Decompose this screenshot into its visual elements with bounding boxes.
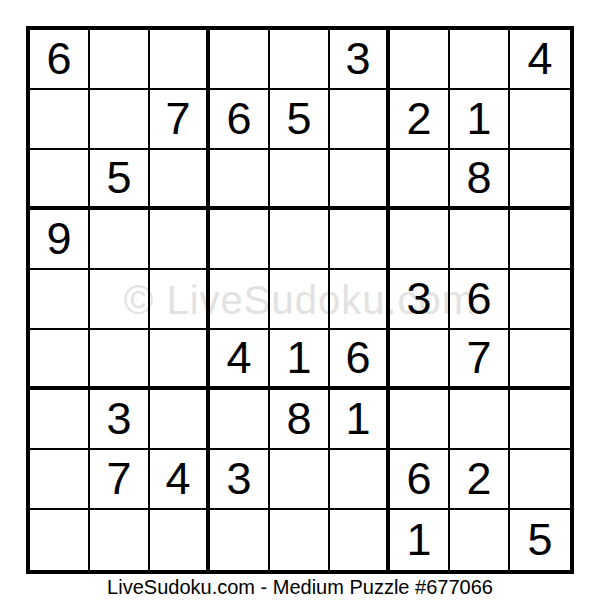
cell-r2c6[interactable] bbox=[330, 90, 390, 150]
cell-r9c2[interactable] bbox=[90, 510, 150, 570]
cell-r9c8[interactable] bbox=[450, 510, 510, 570]
cell-r6c2[interactable] bbox=[90, 330, 150, 390]
cell-r8c6[interactable] bbox=[330, 450, 390, 510]
cell-r5c2[interactable] bbox=[90, 270, 150, 330]
cell-r2c4[interactable]: 6 bbox=[210, 90, 270, 150]
cell-r6c1[interactable] bbox=[30, 330, 90, 390]
cell-r6c9[interactable] bbox=[510, 330, 570, 390]
cell-r1c8[interactable] bbox=[450, 30, 510, 90]
cell-r3c4[interactable] bbox=[210, 150, 270, 210]
cell-r8c5[interactable] bbox=[270, 450, 330, 510]
cell-r5c1[interactable] bbox=[30, 270, 90, 330]
cell-r9c5[interactable] bbox=[270, 510, 330, 570]
cell-r3c5[interactable] bbox=[270, 150, 330, 210]
cell-r7c5[interactable]: 8 bbox=[270, 390, 330, 450]
cell-r3c7[interactable] bbox=[390, 150, 450, 210]
cell-r8c3[interactable]: 4 bbox=[150, 450, 210, 510]
cell-r6c3[interactable] bbox=[150, 330, 210, 390]
cell-r3c6[interactable] bbox=[330, 150, 390, 210]
cell-r3c8[interactable]: 8 bbox=[450, 150, 510, 210]
cell-r1c3[interactable] bbox=[150, 30, 210, 90]
cell-r8c7[interactable]: 6 bbox=[390, 450, 450, 510]
cell-r4c4[interactable] bbox=[210, 210, 270, 270]
cell-r9c4[interactable] bbox=[210, 510, 270, 570]
cell-r7c2[interactable]: 3 bbox=[90, 390, 150, 450]
cell-r7c7[interactable] bbox=[390, 390, 450, 450]
cell-r4c2[interactable] bbox=[90, 210, 150, 270]
cell-r8c1[interactable] bbox=[30, 450, 90, 510]
cell-r8c4[interactable]: 3 bbox=[210, 450, 270, 510]
cell-r7c9[interactable] bbox=[510, 390, 570, 450]
cell-r1c9[interactable]: 4 bbox=[510, 30, 570, 90]
cell-r2c2[interactable] bbox=[90, 90, 150, 150]
cell-r2c3[interactable]: 7 bbox=[150, 90, 210, 150]
cell-r5c8[interactable]: 6 bbox=[450, 270, 510, 330]
cell-r4c8[interactable] bbox=[450, 210, 510, 270]
cell-r8c8[interactable]: 2 bbox=[450, 450, 510, 510]
cell-r4c3[interactable] bbox=[150, 210, 210, 270]
cell-r6c6[interactable]: 6 bbox=[330, 330, 390, 390]
cell-r3c9[interactable] bbox=[510, 150, 570, 210]
cell-r9c7[interactable]: 1 bbox=[390, 510, 450, 570]
cell-r4c6[interactable] bbox=[330, 210, 390, 270]
cell-r8c2[interactable]: 7 bbox=[90, 450, 150, 510]
cell-r2c9[interactable] bbox=[510, 90, 570, 150]
cell-r9c3[interactable] bbox=[150, 510, 210, 570]
cell-r3c2[interactable]: 5 bbox=[90, 150, 150, 210]
cell-r1c4[interactable] bbox=[210, 30, 270, 90]
cell-r1c7[interactable] bbox=[390, 30, 450, 90]
cell-r4c5[interactable] bbox=[270, 210, 330, 270]
cell-r7c6[interactable]: 1 bbox=[330, 390, 390, 450]
cell-r9c9[interactable]: 5 bbox=[510, 510, 570, 570]
cell-r7c3[interactable] bbox=[150, 390, 210, 450]
cell-r3c3[interactable] bbox=[150, 150, 210, 210]
sudoku-puzzle-page: © LiveSudoku.com 63476521589364167381743… bbox=[0, 0, 600, 615]
puzzle-caption: LiveSudoku.com - Medium Puzzle #677066 bbox=[0, 576, 600, 599]
cell-r5c4[interactable] bbox=[210, 270, 270, 330]
cell-r1c5[interactable] bbox=[270, 30, 330, 90]
cell-r3c1[interactable] bbox=[30, 150, 90, 210]
cell-r5c7[interactable]: 3 bbox=[390, 270, 450, 330]
cell-r7c8[interactable] bbox=[450, 390, 510, 450]
cell-r7c1[interactable] bbox=[30, 390, 90, 450]
cell-r9c1[interactable] bbox=[30, 510, 90, 570]
cell-r6c8[interactable]: 7 bbox=[450, 330, 510, 390]
cell-r4c9[interactable] bbox=[510, 210, 570, 270]
sudoku-grid: 634765215893641673817436215 bbox=[26, 26, 574, 574]
cell-r2c5[interactable]: 5 bbox=[270, 90, 330, 150]
cell-r2c8[interactable]: 1 bbox=[450, 90, 510, 150]
cell-r6c5[interactable]: 1 bbox=[270, 330, 330, 390]
cell-r2c7[interactable]: 2 bbox=[390, 90, 450, 150]
cell-r5c3[interactable] bbox=[150, 270, 210, 330]
cell-r7c4[interactable] bbox=[210, 390, 270, 450]
sudoku-board: © LiveSudoku.com 63476521589364167381743… bbox=[26, 26, 574, 574]
cell-r1c2[interactable] bbox=[90, 30, 150, 90]
cell-r4c7[interactable] bbox=[390, 210, 450, 270]
cell-r8c9[interactable] bbox=[510, 450, 570, 510]
cell-r6c4[interactable]: 4 bbox=[210, 330, 270, 390]
cell-r2c1[interactable] bbox=[30, 90, 90, 150]
cell-r6c7[interactable] bbox=[390, 330, 450, 390]
cell-r9c6[interactable] bbox=[330, 510, 390, 570]
cell-r1c1[interactable]: 6 bbox=[30, 30, 90, 90]
cell-r5c6[interactable] bbox=[330, 270, 390, 330]
cell-r5c5[interactable] bbox=[270, 270, 330, 330]
cell-r5c9[interactable] bbox=[510, 270, 570, 330]
cell-r4c1[interactable]: 9 bbox=[30, 210, 90, 270]
cell-r1c6[interactable]: 3 bbox=[330, 30, 390, 90]
